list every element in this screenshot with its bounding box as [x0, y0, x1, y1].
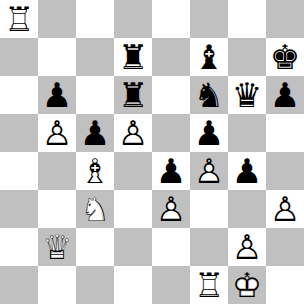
white-rook-outline: ♖	[190, 266, 228, 304]
square-a3[interactable]	[0, 190, 38, 228]
square-f5[interactable]: ♟	[190, 114, 228, 152]
square-g4[interactable]: ♟	[228, 152, 266, 190]
square-c5[interactable]: ♟	[76, 114, 114, 152]
black-pawn: ♟	[228, 152, 266, 190]
square-g1[interactable]: ♚♔	[228, 266, 266, 304]
white-pawn-outline: ♙	[190, 152, 228, 190]
black-pawn: ♟	[152, 152, 190, 190]
white-rook-outline: ♖	[0, 0, 38, 38]
square-b5[interactable]: ♟♙	[38, 114, 76, 152]
square-h2[interactable]	[266, 228, 304, 266]
white-king-outline: ♔	[228, 266, 266, 304]
black-queen: ♛	[228, 76, 266, 114]
square-g8[interactable]	[228, 0, 266, 38]
black-pawn: ♟	[76, 114, 114, 152]
square-e6[interactable]	[152, 76, 190, 114]
square-c6[interactable]	[76, 76, 114, 114]
black-rook: ♜	[114, 76, 152, 114]
black-pawn: ♟	[266, 76, 304, 114]
white-bishop-outline: ♗	[76, 152, 114, 190]
square-d3[interactable]	[114, 190, 152, 228]
black-pawn: ♟	[190, 114, 228, 152]
square-f4[interactable]: ♟♙	[190, 152, 228, 190]
square-b4[interactable]	[38, 152, 76, 190]
square-e1[interactable]	[152, 266, 190, 304]
square-e3[interactable]: ♟♙	[152, 190, 190, 228]
square-b7[interactable]	[38, 38, 76, 76]
square-c7[interactable]	[76, 38, 114, 76]
square-d5[interactable]: ♟♙	[114, 114, 152, 152]
square-g6[interactable]: ♛	[228, 76, 266, 114]
square-c2[interactable]	[76, 228, 114, 266]
square-a7[interactable]	[0, 38, 38, 76]
white-pawn-outline: ♙	[38, 114, 76, 152]
white-pawn: ♟	[266, 190, 304, 228]
black-knight: ♞	[190, 76, 228, 114]
white-bishop: ♝	[76, 152, 114, 190]
black-pawn: ♟	[38, 76, 76, 114]
square-c4[interactable]: ♝♗	[76, 152, 114, 190]
square-c3[interactable]: ♞♘	[76, 190, 114, 228]
chess-board: ♜♖♜♝♚♟♜♞♛♟♟♙♟♟♙♟♝♗♟♟♙♟♞♘♟♙♟♙♛♕♟♙♜♖♚♔	[0, 0, 304, 304]
square-d4[interactable]	[114, 152, 152, 190]
square-h6[interactable]: ♟	[266, 76, 304, 114]
white-pawn: ♟	[152, 190, 190, 228]
square-h1[interactable]	[266, 266, 304, 304]
white-pawn: ♟	[190, 152, 228, 190]
square-a2[interactable]	[0, 228, 38, 266]
square-g5[interactable]	[228, 114, 266, 152]
square-h3[interactable]: ♟♙	[266, 190, 304, 228]
square-e4[interactable]: ♟	[152, 152, 190, 190]
square-e2[interactable]	[152, 228, 190, 266]
square-c1[interactable]	[76, 266, 114, 304]
square-f3[interactable]	[190, 190, 228, 228]
white-pawn-outline: ♙	[114, 114, 152, 152]
square-h7[interactable]: ♚	[266, 38, 304, 76]
square-f1[interactable]: ♜♖	[190, 266, 228, 304]
square-a4[interactable]	[0, 152, 38, 190]
black-king: ♚	[266, 38, 304, 76]
white-knight: ♞	[76, 190, 114, 228]
square-a1[interactable]	[0, 266, 38, 304]
square-e7[interactable]	[152, 38, 190, 76]
square-g2[interactable]: ♟♙	[228, 228, 266, 266]
square-f6[interactable]: ♞	[190, 76, 228, 114]
square-d8[interactable]	[114, 0, 152, 38]
square-a8[interactable]: ♜♖	[0, 0, 38, 38]
square-g7[interactable]	[228, 38, 266, 76]
square-d1[interactable]	[114, 266, 152, 304]
square-f7[interactable]: ♝	[190, 38, 228, 76]
square-b2[interactable]: ♛♕	[38, 228, 76, 266]
white-pawn: ♟	[114, 114, 152, 152]
black-rook: ♜	[114, 38, 152, 76]
white-pawn-outline: ♙	[266, 190, 304, 228]
square-f8[interactable]	[190, 0, 228, 38]
white-knight-outline: ♘	[76, 190, 114, 228]
square-h5[interactable]	[266, 114, 304, 152]
square-e8[interactable]	[152, 0, 190, 38]
square-d6[interactable]: ♜	[114, 76, 152, 114]
square-b3[interactable]	[38, 190, 76, 228]
square-d2[interactable]	[114, 228, 152, 266]
white-rook: ♜	[0, 0, 38, 38]
white-pawn: ♟	[38, 114, 76, 152]
square-f2[interactable]	[190, 228, 228, 266]
white-pawn-outline: ♙	[228, 228, 266, 266]
white-rook: ♜	[190, 266, 228, 304]
square-d7[interactable]: ♜	[114, 38, 152, 76]
square-b6[interactable]: ♟	[38, 76, 76, 114]
square-a5[interactable]	[0, 114, 38, 152]
white-pawn: ♟	[228, 228, 266, 266]
white-queen: ♛	[38, 228, 76, 266]
square-a6[interactable]	[0, 76, 38, 114]
square-h8[interactable]	[266, 0, 304, 38]
square-b1[interactable]	[38, 266, 76, 304]
square-e5[interactable]	[152, 114, 190, 152]
square-c8[interactable]	[76, 0, 114, 38]
black-bishop: ♝	[190, 38, 228, 76]
white-king: ♚	[228, 266, 266, 304]
white-queen-outline: ♕	[38, 228, 76, 266]
square-h4[interactable]	[266, 152, 304, 190]
white-pawn-outline: ♙	[152, 190, 190, 228]
square-b8[interactable]	[38, 0, 76, 38]
square-g3[interactable]	[228, 190, 266, 228]
